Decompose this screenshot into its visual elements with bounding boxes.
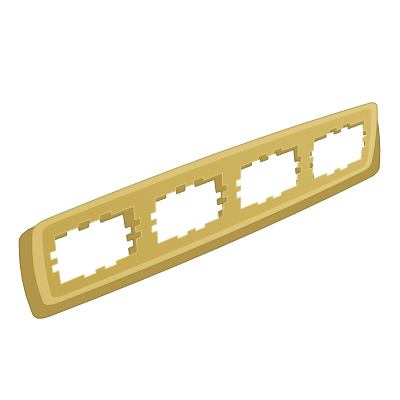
product-photo — [0, 0, 400, 400]
product-photo-figure: Champagne-gold four-gang horizontal surr… — [0, 0, 400, 400]
photo-canvas: Champagne-gold four-gang horizontal surr… — [0, 0, 400, 400]
